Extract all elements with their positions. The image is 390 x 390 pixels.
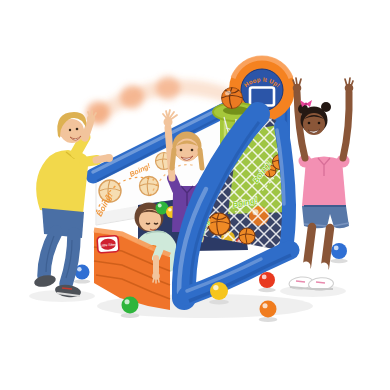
play-ball-blue: [331, 243, 347, 259]
product-photo-stage: Boing! Boing! Hoop It Up!: [0, 0, 390, 390]
mesh-basketball-print: [208, 213, 230, 235]
girl-pink-right-arm: [343, 92, 349, 158]
play-ball-orange: [260, 301, 277, 318]
bottom-rail: [187, 250, 291, 301]
play-ball-red: [259, 272, 275, 288]
basketball: [222, 88, 243, 109]
play-ball-green: [122, 297, 139, 314]
girl-pink-shoes: [288, 276, 333, 291]
little-tikes-logo: Little Tikes: [97, 236, 119, 253]
play-ball-yellow: [210, 282, 228, 300]
panel-basketball-sketch: [140, 177, 159, 196]
product-photo: Boing! Boing! Hoop It Up!: [0, 0, 390, 390]
mesh-basketball-print: [239, 228, 255, 244]
